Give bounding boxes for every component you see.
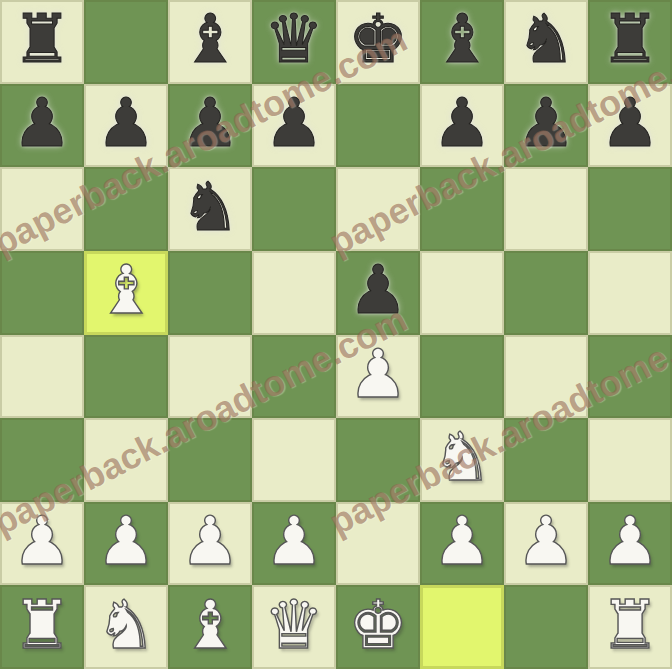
- square-f4[interactable]: [420, 335, 504, 419]
- piece-white-pawn[interactable]: ♟: [180, 508, 240, 575]
- square-f3[interactable]: ♞: [420, 418, 504, 502]
- square-d6[interactable]: [252, 167, 336, 251]
- square-b4[interactable]: [84, 335, 168, 419]
- piece-black-pawn[interactable]: ♟: [432, 90, 492, 157]
- piece-black-pawn[interactable]: ♟: [96, 90, 156, 157]
- square-a5[interactable]: [0, 251, 84, 335]
- chess-board: ♜♝♛♚♝♞♜♟♟♟♟♟♟♟♞♝♟♟♞♟♟♟♟♟♟♟♜♞♝♛♚♜: [0, 0, 672, 669]
- square-b7[interactable]: ♟: [84, 84, 168, 168]
- square-h3[interactable]: [588, 418, 672, 502]
- square-f5[interactable]: [420, 251, 504, 335]
- piece-white-rook[interactable]: ♜: [12, 592, 72, 659]
- square-f6[interactable]: [420, 167, 504, 251]
- square-h5[interactable]: [588, 251, 672, 335]
- square-b6[interactable]: [84, 167, 168, 251]
- square-c1[interactable]: ♝: [168, 585, 252, 669]
- square-e3[interactable]: [336, 418, 420, 502]
- square-e2[interactable]: [336, 502, 420, 586]
- square-g7[interactable]: ♟: [504, 84, 588, 168]
- square-d8[interactable]: ♛: [252, 0, 336, 84]
- square-g1[interactable]: [504, 585, 588, 669]
- square-g5[interactable]: [504, 251, 588, 335]
- piece-white-rook[interactable]: ♜: [600, 592, 660, 659]
- piece-black-bishop[interactable]: ♝: [432, 6, 492, 73]
- piece-black-pawn[interactable]: ♟: [12, 90, 72, 157]
- square-g2[interactable]: ♟: [504, 502, 588, 586]
- square-h1[interactable]: ♜: [588, 585, 672, 669]
- square-b1[interactable]: ♞: [84, 585, 168, 669]
- square-e1[interactable]: ♚: [336, 585, 420, 669]
- square-h8[interactable]: ♜: [588, 0, 672, 84]
- square-g4[interactable]: [504, 335, 588, 419]
- square-f7[interactable]: ♟: [420, 84, 504, 168]
- square-g3[interactable]: [504, 418, 588, 502]
- square-c3[interactable]: [168, 418, 252, 502]
- square-d7[interactable]: ♟: [252, 84, 336, 168]
- piece-black-pawn[interactable]: ♟: [516, 90, 576, 157]
- square-c5[interactable]: [168, 251, 252, 335]
- square-d4[interactable]: [252, 335, 336, 419]
- piece-black-knight[interactable]: ♞: [516, 6, 576, 73]
- square-a2[interactable]: ♟: [0, 502, 84, 586]
- square-b8[interactable]: [84, 0, 168, 84]
- square-c2[interactable]: ♟: [168, 502, 252, 586]
- square-h6[interactable]: [588, 167, 672, 251]
- square-a3[interactable]: [0, 418, 84, 502]
- piece-black-pawn[interactable]: ♟: [600, 90, 660, 157]
- square-f8[interactable]: ♝: [420, 0, 504, 84]
- piece-white-bishop[interactable]: ♝: [96, 257, 156, 324]
- square-e5[interactable]: ♟: [336, 251, 420, 335]
- square-a7[interactable]: ♟: [0, 84, 84, 168]
- square-b3[interactable]: [84, 418, 168, 502]
- square-e6[interactable]: [336, 167, 420, 251]
- piece-white-pawn[interactable]: ♟: [432, 508, 492, 575]
- piece-black-rook[interactable]: ♜: [12, 6, 72, 73]
- piece-black-pawn[interactable]: ♟: [180, 90, 240, 157]
- piece-white-bishop[interactable]: ♝: [180, 592, 240, 659]
- piece-black-queen[interactable]: ♛: [264, 6, 324, 73]
- piece-white-pawn[interactable]: ♟: [264, 508, 324, 575]
- piece-black-bishop[interactable]: ♝: [180, 6, 240, 73]
- chess-board-area: ♜♝♛♚♝♞♜♟♟♟♟♟♟♟♞♝♟♟♞♟♟♟♟♟♟♟♜♞♝♛♚♜ paperba…: [0, 0, 672, 669]
- square-a6[interactable]: [0, 167, 84, 251]
- square-h2[interactable]: ♟: [588, 502, 672, 586]
- square-f1[interactable]: [420, 585, 504, 669]
- square-h4[interactable]: [588, 335, 672, 419]
- piece-black-pawn[interactable]: ♟: [264, 90, 324, 157]
- square-b2[interactable]: ♟: [84, 502, 168, 586]
- square-d5[interactable]: [252, 251, 336, 335]
- piece-white-pawn[interactable]: ♟: [348, 341, 408, 408]
- square-c4[interactable]: [168, 335, 252, 419]
- square-d1[interactable]: ♛: [252, 585, 336, 669]
- square-e4[interactable]: ♟: [336, 335, 420, 419]
- piece-white-pawn[interactable]: ♟: [96, 508, 156, 575]
- square-e7[interactable]: [336, 84, 420, 168]
- piece-white-knight[interactable]: ♞: [432, 424, 492, 491]
- square-c6[interactable]: ♞: [168, 167, 252, 251]
- piece-white-queen[interactable]: ♛: [264, 592, 324, 659]
- square-c8[interactable]: ♝: [168, 0, 252, 84]
- square-a1[interactable]: ♜: [0, 585, 84, 669]
- square-d3[interactable]: [252, 418, 336, 502]
- piece-black-rook[interactable]: ♜: [600, 6, 660, 73]
- square-a4[interactable]: [0, 335, 84, 419]
- piece-white-king[interactable]: ♚: [348, 592, 408, 659]
- piece-black-knight[interactable]: ♞: [180, 174, 240, 241]
- square-b5[interactable]: ♝: [84, 251, 168, 335]
- square-g8[interactable]: ♞: [504, 0, 588, 84]
- piece-white-knight[interactable]: ♞: [96, 592, 156, 659]
- piece-black-pawn[interactable]: ♟: [348, 257, 408, 324]
- square-h7[interactable]: ♟: [588, 84, 672, 168]
- piece-white-pawn[interactable]: ♟: [600, 508, 660, 575]
- square-d2[interactable]: ♟: [252, 502, 336, 586]
- piece-black-king[interactable]: ♚: [348, 6, 408, 73]
- square-g6[interactable]: [504, 167, 588, 251]
- piece-white-pawn[interactable]: ♟: [12, 508, 72, 575]
- square-f2[interactable]: ♟: [420, 502, 504, 586]
- piece-white-pawn[interactable]: ♟: [516, 508, 576, 575]
- square-c7[interactable]: ♟: [168, 84, 252, 168]
- square-a8[interactable]: ♜: [0, 0, 84, 84]
- square-e8[interactable]: ♚: [336, 0, 420, 84]
